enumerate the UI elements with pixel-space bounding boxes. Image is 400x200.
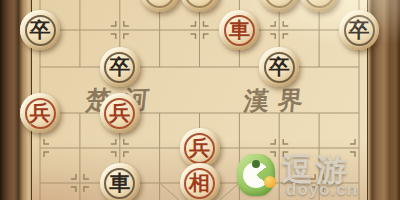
piece-glyph: 車 — [109, 172, 130, 193]
piece-black-soldier-d[interactable]: 卒 — [259, 47, 299, 87]
piece-ring — [264, 0, 295, 8]
river-text-han-jie: 漢界 — [242, 83, 314, 117]
doyo-logo-ball — [264, 176, 276, 188]
piece-red-soldier-b[interactable]: 兵 — [100, 93, 140, 133]
piece-red-soldier-c[interactable]: 兵 — [180, 128, 220, 168]
piece-ring — [304, 0, 335, 8]
piece-glyph: 卒 — [349, 19, 370, 40]
piece-glyph: 卒 — [30, 19, 51, 40]
piece-glyph: 兵 — [109, 102, 130, 123]
piece-black-soldier-b[interactable]: 卒 — [339, 10, 379, 50]
piece-glyph: 卒 — [109, 56, 130, 77]
piece-glyph: 車 — [229, 19, 250, 40]
piece-red-elephant[interactable]: 相 — [180, 163, 220, 200]
piece-black-chariot[interactable]: 車 — [100, 163, 140, 200]
piece-black-soldier-c[interactable]: 卒 — [100, 47, 140, 87]
piece-ring — [184, 0, 215, 8]
watermark-site-url: doyo.cn — [286, 180, 358, 200]
piece-glyph: 卒 — [269, 56, 290, 77]
piece-red-soldier-a[interactable]: 兵 — [20, 93, 60, 133]
xiangqi-game-screenshot: 楚河 漢界 卒車卒卒卒兵兵兵車相 逗游 doyo.cn — [0, 0, 400, 200]
doyo-logo-icon — [237, 152, 278, 198]
piece-glyph: 兵 — [189, 137, 210, 158]
piece-glyph: 相 — [189, 172, 210, 193]
piece-glyph: 兵 — [30, 102, 51, 123]
piece-ring — [144, 0, 175, 8]
piece-black-soldier-a[interactable]: 卒 — [20, 10, 60, 50]
doyo-logo-eye — [252, 160, 260, 168]
